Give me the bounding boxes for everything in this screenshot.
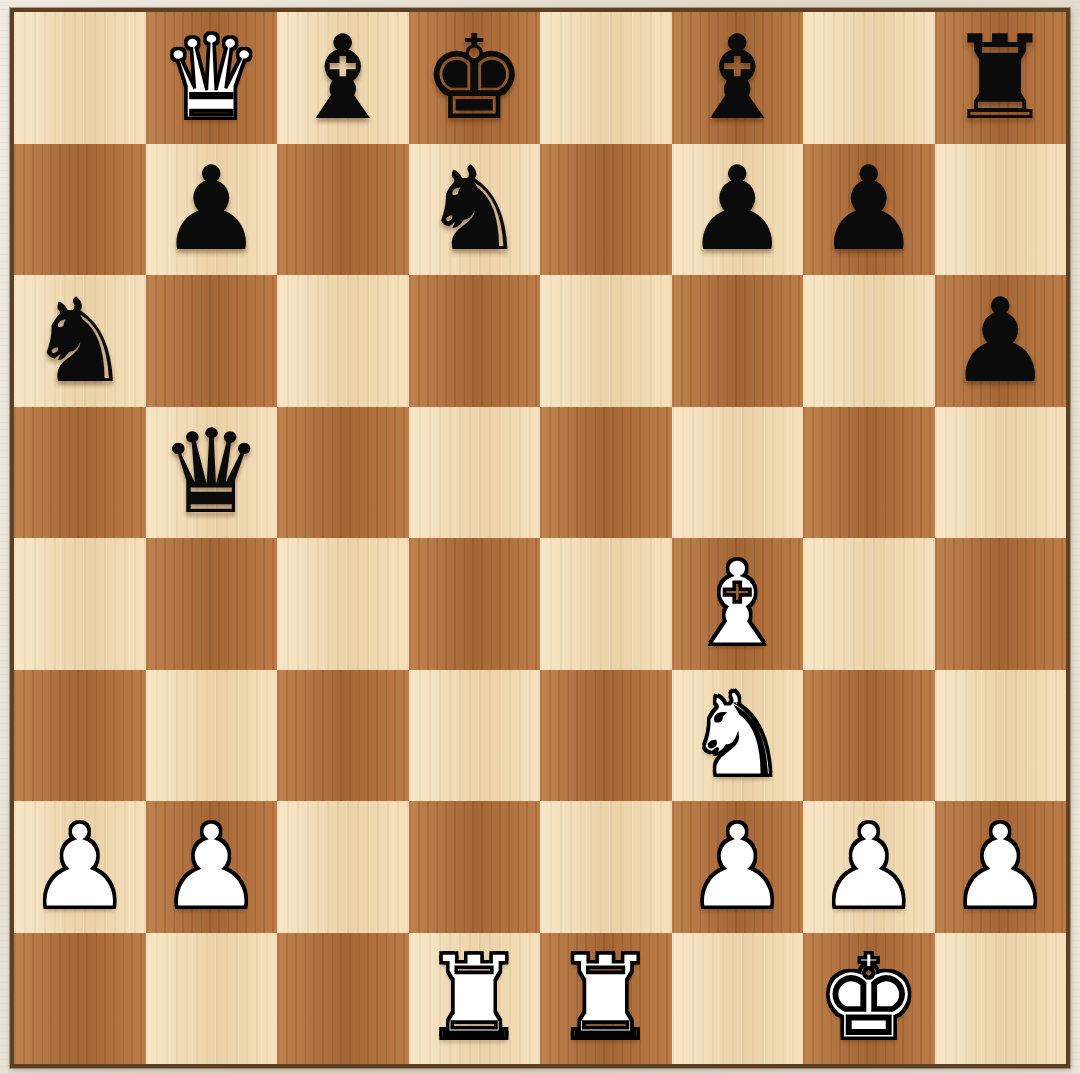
piece-white-rook-e1[interactable]: ♜: [540, 933, 672, 1065]
square-a1[interactable]: [14, 933, 146, 1065]
square-h1[interactable]: [935, 933, 1067, 1065]
square-a5[interactable]: [14, 407, 146, 539]
piece-black-pawn-h6[interactable]: ♟: [935, 275, 1067, 407]
square-c4[interactable]: [277, 538, 409, 670]
square-c6[interactable]: [277, 275, 409, 407]
square-c2[interactable]: [277, 801, 409, 933]
square-d5[interactable]: [409, 407, 541, 539]
square-b6[interactable]: [146, 275, 278, 407]
square-h5[interactable]: [935, 407, 1067, 539]
square-e3[interactable]: [540, 670, 672, 802]
square-f6[interactable]: [672, 275, 804, 407]
square-h7[interactable]: [935, 144, 1067, 276]
square-f1[interactable]: [672, 933, 804, 1065]
square-e7[interactable]: [540, 144, 672, 276]
piece-black-king-d8[interactable]: ♚: [409, 12, 541, 144]
piece-black-pawn-f7[interactable]: ♟: [672, 144, 804, 276]
piece-white-knight-f3[interactable]: ♞: [672, 670, 804, 802]
square-b8[interactable]: ♛: [146, 12, 278, 144]
square-c7[interactable]: [277, 144, 409, 276]
square-b1[interactable]: [146, 933, 278, 1065]
square-f2[interactable]: ♟: [672, 801, 804, 933]
square-d6[interactable]: [409, 275, 541, 407]
square-c5[interactable]: [277, 407, 409, 539]
square-g8[interactable]: [803, 12, 935, 144]
piece-black-knight-a6[interactable]: ♞: [14, 275, 146, 407]
square-f5[interactable]: [672, 407, 804, 539]
square-c1[interactable]: [277, 933, 409, 1065]
piece-white-pawn-b2[interactable]: ♟: [146, 801, 278, 933]
square-e8[interactable]: [540, 12, 672, 144]
piece-black-knight-d7[interactable]: ♞: [409, 144, 541, 276]
piece-black-bishop-c8[interactable]: ♝: [277, 12, 409, 144]
square-h4[interactable]: [935, 538, 1067, 670]
square-d2[interactable]: [409, 801, 541, 933]
square-b7[interactable]: ♟: [146, 144, 278, 276]
square-g7[interactable]: ♟: [803, 144, 935, 276]
square-a4[interactable]: [14, 538, 146, 670]
square-a7[interactable]: [14, 144, 146, 276]
piece-black-queen-b5[interactable]: ♛: [146, 407, 278, 539]
square-e1[interactable]: ♜: [540, 933, 672, 1065]
square-g4[interactable]: [803, 538, 935, 670]
piece-white-rook-d1[interactable]: ♜: [409, 933, 541, 1065]
square-f3[interactable]: ♞: [672, 670, 804, 802]
square-f4[interactable]: ♝: [672, 538, 804, 670]
piece-black-bishop-f8[interactable]: ♝: [672, 12, 804, 144]
square-d7[interactable]: ♞: [409, 144, 541, 276]
square-d3[interactable]: [409, 670, 541, 802]
square-g2[interactable]: ♟: [803, 801, 935, 933]
piece-black-rook-h8[interactable]: ♜: [935, 12, 1067, 144]
piece-black-pawn-b7[interactable]: ♟: [146, 144, 278, 276]
square-a6[interactable]: ♞: [14, 275, 146, 407]
square-e4[interactable]: [540, 538, 672, 670]
square-g5[interactable]: [803, 407, 935, 539]
square-g1[interactable]: ♚: [803, 933, 935, 1065]
square-c8[interactable]: ♝: [277, 12, 409, 144]
square-a8[interactable]: [14, 12, 146, 144]
square-e6[interactable]: [540, 275, 672, 407]
piece-white-pawn-f2[interactable]: ♟: [672, 801, 804, 933]
square-d8[interactable]: ♚: [409, 12, 541, 144]
square-h8[interactable]: ♜: [935, 12, 1067, 144]
square-b2[interactable]: ♟: [146, 801, 278, 933]
piece-white-king-g1[interactable]: ♚: [803, 933, 935, 1065]
square-g3[interactable]: [803, 670, 935, 802]
square-b5[interactable]: ♛: [146, 407, 278, 539]
square-h2[interactable]: ♟: [935, 801, 1067, 933]
piece-white-queen-b8[interactable]: ♛: [146, 12, 278, 144]
piece-white-pawn-a2[interactable]: ♟: [14, 801, 146, 933]
square-e2[interactable]: [540, 801, 672, 933]
square-f8[interactable]: ♝: [672, 12, 804, 144]
square-g6[interactable]: [803, 275, 935, 407]
square-h3[interactable]: [935, 670, 1067, 802]
piece-white-pawn-g2[interactable]: ♟: [803, 801, 935, 933]
square-e5[interactable]: [540, 407, 672, 539]
square-a2[interactable]: ♟: [14, 801, 146, 933]
square-f7[interactable]: ♟: [672, 144, 804, 276]
piece-white-pawn-h2[interactable]: ♟: [935, 801, 1067, 933]
square-d4[interactable]: [409, 538, 541, 670]
square-a3[interactable]: [14, 670, 146, 802]
chess-board: ♛♝♚♝♜♟♞♟♟♞♟♛♝♞♟♟♟♟♟♜♜♚: [10, 8, 1070, 1068]
square-b3[interactable]: [146, 670, 278, 802]
square-d1[interactable]: ♜: [409, 933, 541, 1065]
square-b4[interactable]: [146, 538, 278, 670]
piece-white-bishop-f4[interactable]: ♝: [672, 538, 804, 670]
square-h6[interactable]: ♟: [935, 275, 1067, 407]
square-c3[interactable]: [277, 670, 409, 802]
piece-black-pawn-g7[interactable]: ♟: [803, 144, 935, 276]
